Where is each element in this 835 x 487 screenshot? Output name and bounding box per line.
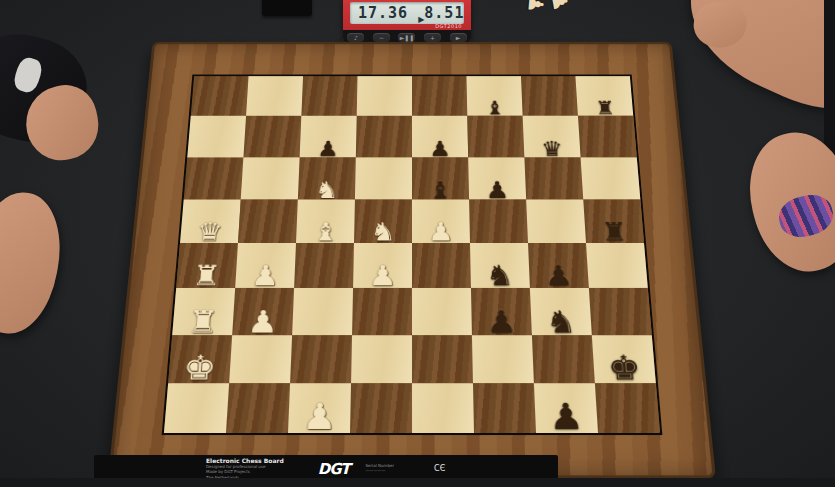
square-b3: ♟ [300, 116, 357, 157]
square-e4: ♟ [353, 243, 412, 288]
captured-white-pawn: ♟ [523, 0, 548, 14]
clock-brand-label: DGT2010 [435, 23, 462, 29]
square-h1 [164, 383, 229, 433]
square-a2 [246, 76, 303, 116]
square-g3 [290, 335, 352, 383]
dgt-logo: DGT [318, 460, 350, 478]
square-b1 [187, 116, 246, 157]
square-e5 [412, 243, 471, 288]
square-h3: ♟ [288, 383, 351, 433]
square-c1 [184, 157, 244, 199]
ce-mark: CЄ [434, 464, 445, 473]
white-player-fist [0, 186, 70, 340]
clock-lcd-display: 17.36 ▶ 8.51 [350, 2, 464, 24]
chess-board: ♝♜♟♟♛♞♝♟♛♝♞♟♜♜♟♟♞♟♜♟♟♞♚♚♟♟ [108, 42, 716, 479]
clock-button-1: ♪ [347, 33, 364, 42]
black-time: 8.51 [424, 4, 464, 22]
square-g5 [412, 335, 473, 383]
square-f3 [292, 288, 353, 335]
square-g4 [351, 335, 412, 383]
serial-value: ————— [365, 469, 394, 473]
black-bishop-a6: ♝ [485, 99, 505, 117]
dgt-chess-clock: 17.36 ▶ 8.51 DGT2010 ♪−►❚❚+► [343, 0, 471, 44]
sticker-title: Electronic Chess Board [206, 457, 284, 464]
square-f7: ♞ [530, 288, 592, 335]
square-g6 [472, 335, 534, 383]
clock-button-4: + [424, 33, 441, 42]
black-rook-a8: ♜ [595, 99, 616, 117]
black-knight-e6: ♞ [486, 262, 515, 290]
square-h4 [350, 383, 412, 433]
square-f2: ♟ [232, 288, 294, 335]
square-h8 [595, 383, 660, 433]
square-e3 [294, 243, 354, 288]
square-b7: ♛ [523, 116, 581, 157]
square-g7 [532, 335, 595, 383]
square-d2 [238, 199, 298, 243]
white-king-g1: ♚ [182, 351, 217, 385]
square-d3: ♝ [296, 199, 355, 243]
square-f5 [412, 288, 472, 335]
square-g8: ♚ [592, 335, 656, 383]
square-c7 [524, 157, 583, 199]
square-b6 [467, 116, 524, 157]
white-pawn-e4: ♟ [368, 262, 396, 290]
black-knight-f7: ♞ [545, 306, 577, 337]
square-a5 [412, 76, 467, 116]
power-adapter [262, 0, 312, 16]
black-pawn-b5: ♟ [429, 138, 451, 159]
square-a1 [191, 76, 249, 116]
square-e7: ♟ [528, 243, 589, 288]
black-pawn-h7: ♟ [548, 399, 584, 435]
black-pawn-c6: ♟ [485, 178, 509, 201]
square-a4 [357, 76, 412, 116]
board-playing-area: ♝♜♟♟♛♞♝♟♛♝♞♟♜♜♟♟♞♟♜♟♟♞♚♚♟♟ [162, 75, 663, 436]
black-pawn-b3: ♟ [317, 138, 339, 159]
square-g2 [229, 335, 292, 383]
photo-scene: 17.36 ▶ 8.51 DGT2010 ♪−►❚❚+► ♟ ♟ ♝♜♟♟♛♞♝… [0, 0, 835, 487]
square-c6: ♟ [468, 157, 526, 199]
square-b2 [243, 116, 301, 157]
white-pawn-f2: ♟ [247, 306, 279, 337]
white-pawn-e2: ♟ [250, 262, 280, 290]
white-pawn-d5: ♟ [428, 219, 454, 244]
black-queen-b7: ♛ [541, 138, 564, 159]
square-d8: ♜ [583, 199, 644, 243]
square-d4: ♞ [354, 199, 412, 243]
white-knight-d4: ♞ [370, 219, 396, 244]
square-f4 [352, 288, 412, 335]
square-f1: ♜ [172, 288, 235, 335]
captured-white-pawn: ♟ [547, 0, 574, 13]
black-bishop-c5: ♝ [428, 178, 452, 201]
square-h6 [473, 383, 536, 433]
black-pawn-e7: ♟ [544, 262, 574, 290]
square-a3 [301, 76, 357, 116]
square-c3: ♞ [298, 157, 356, 199]
square-e1: ♜ [176, 243, 238, 288]
clock-button-2: − [373, 33, 390, 42]
square-e2: ♟ [235, 243, 296, 288]
square-d5: ♟ [412, 199, 470, 243]
square-b8 [578, 116, 637, 157]
square-c8 [581, 157, 641, 199]
clock-button-5: ► [450, 33, 467, 42]
white-time: 17.36 [358, 4, 408, 22]
square-f6: ♟ [471, 288, 532, 335]
square-d7 [526, 199, 586, 243]
black-player-arm [667, 0, 835, 138]
square-e8 [586, 243, 648, 288]
square-c5: ♝ [412, 157, 469, 199]
square-h5 [412, 383, 474, 433]
clock-button-3: ►❚❚ [398, 33, 415, 42]
black-king-g8: ♚ [607, 351, 642, 385]
square-g1: ♚ [168, 335, 232, 383]
square-d6 [469, 199, 528, 243]
black-pawn-f6: ♟ [486, 306, 517, 337]
square-f8 [589, 288, 652, 335]
white-pawn-h3: ♟ [302, 399, 337, 435]
black-rook-d8: ♜ [600, 219, 628, 244]
white-queen-d1: ♛ [196, 219, 224, 244]
table-edge [0, 478, 835, 487]
square-d1: ♛ [180, 199, 241, 243]
square-b5: ♟ [412, 116, 468, 157]
white-knight-c3: ♞ [314, 178, 338, 201]
white-rook-f1: ♜ [187, 306, 220, 337]
board-grid: ♝♜♟♟♛♞♝♟♛♝♞♟♜♜♟♟♞♟♜♟♟♞♚♚♟♟ [164, 76, 660, 433]
white-rook-e1: ♜ [191, 262, 221, 290]
square-c2 [241, 157, 300, 199]
square-c4 [355, 157, 412, 199]
square-e6: ♞ [470, 243, 530, 288]
white-bishop-d3: ♝ [312, 219, 339, 244]
square-a7 [521, 76, 578, 116]
square-a6: ♝ [466, 76, 522, 116]
square-h2 [226, 383, 290, 433]
square-b4 [356, 116, 412, 157]
square-a8: ♜ [575, 76, 633, 116]
square-h7: ♟ [534, 383, 598, 433]
